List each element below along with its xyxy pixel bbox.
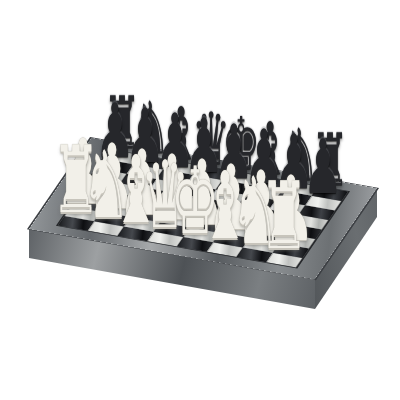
chess-set-photo: ♜♞♝♛♚♝♞♜♟♟♟♟♟♟♟♟♟♟♟♟♟♟♟♟♜♞♝♛♚♝♞♜ [0, 0, 400, 400]
